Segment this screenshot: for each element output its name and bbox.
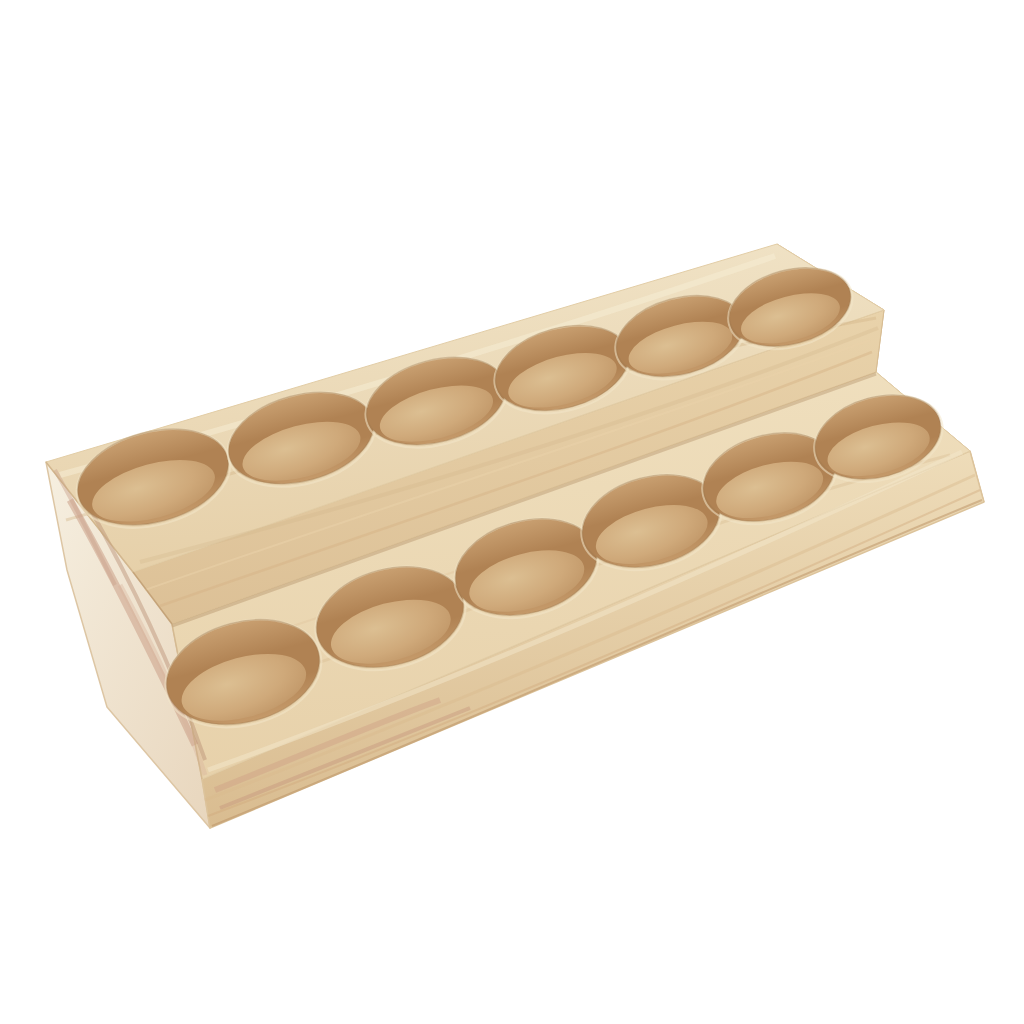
mancala-board-photo <box>0 0 1024 1024</box>
